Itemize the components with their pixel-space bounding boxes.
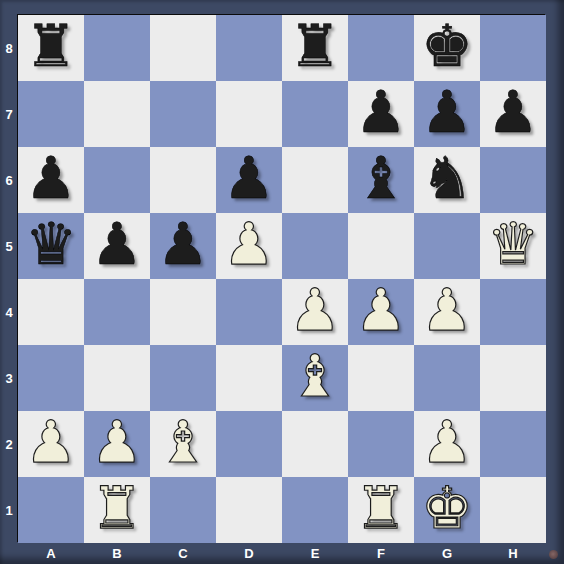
square-d8[interactable] xyxy=(216,15,282,81)
square-e7[interactable] xyxy=(282,81,348,147)
piece-black-pawn[interactable]: ♟ xyxy=(223,145,275,211)
file-label-c: C xyxy=(150,543,216,564)
piece-black-pawn[interactable]: ♟ xyxy=(91,211,143,277)
piece-black-bishop[interactable]: ♝ xyxy=(355,145,407,211)
square-d5[interactable]: ♟ xyxy=(216,213,282,279)
square-d2[interactable] xyxy=(216,411,282,477)
rank-label-4: 4 xyxy=(0,279,18,345)
square-c1[interactable] xyxy=(150,477,216,543)
square-b1[interactable]: ♜ xyxy=(84,477,150,543)
square-g8[interactable]: ♚ xyxy=(414,15,480,81)
square-f4[interactable]: ♟ xyxy=(348,279,414,345)
square-a1[interactable] xyxy=(18,477,84,543)
rank-labels: 87654321 xyxy=(0,15,18,543)
rank-label-7: 7 xyxy=(0,81,18,147)
file-labels: ABCDEFGH xyxy=(18,543,546,564)
piece-white-pawn[interactable]: ♟ xyxy=(289,277,341,343)
square-h5[interactable]: ♛ xyxy=(480,213,546,279)
square-c7[interactable] xyxy=(150,81,216,147)
rank-label-1: 1 xyxy=(0,477,18,543)
rank-label-3: 3 xyxy=(0,345,18,411)
piece-white-queen[interactable]: ♛ xyxy=(487,211,539,277)
square-e4[interactable]: ♟ xyxy=(282,279,348,345)
square-b3[interactable] xyxy=(84,345,150,411)
square-f7[interactable]: ♟ xyxy=(348,81,414,147)
square-g5[interactable] xyxy=(414,213,480,279)
square-a7[interactable] xyxy=(18,81,84,147)
board-frame: 87654321 ♜♜♚♟♟♟♟♟♝♞♛♟♟♟♛♟♟♟♝♟♟♝♟♜♜♚ ABCD… xyxy=(0,0,564,564)
square-g1[interactable]: ♚ xyxy=(414,477,480,543)
file-label-b: B xyxy=(84,543,150,564)
piece-white-rook[interactable]: ♜ xyxy=(355,475,407,541)
piece-white-pawn[interactable]: ♟ xyxy=(91,409,143,475)
square-e1[interactable] xyxy=(282,477,348,543)
square-g4[interactable]: ♟ xyxy=(414,279,480,345)
square-f6[interactable]: ♝ xyxy=(348,147,414,213)
piece-black-queen[interactable]: ♛ xyxy=(25,211,77,277)
file-label-d: D xyxy=(216,543,282,564)
square-d6[interactable]: ♟ xyxy=(216,147,282,213)
square-g6[interactable]: ♞ xyxy=(414,147,480,213)
square-a3[interactable] xyxy=(18,345,84,411)
piece-white-pawn[interactable]: ♟ xyxy=(25,409,77,475)
square-a2[interactable]: ♟ xyxy=(18,411,84,477)
piece-white-bishop[interactable]: ♝ xyxy=(289,343,341,409)
piece-black-knight[interactable]: ♞ xyxy=(421,145,473,211)
piece-black-pawn[interactable]: ♟ xyxy=(157,211,209,277)
square-h4[interactable] xyxy=(480,279,546,345)
square-b2[interactable]: ♟ xyxy=(84,411,150,477)
piece-black-pawn[interactable]: ♟ xyxy=(25,145,77,211)
square-f5[interactable] xyxy=(348,213,414,279)
piece-black-rook[interactable]: ♜ xyxy=(289,13,341,79)
piece-black-pawn[interactable]: ♟ xyxy=(421,79,473,145)
rank-label-2: 2 xyxy=(0,411,18,477)
square-e8[interactable]: ♜ xyxy=(282,15,348,81)
rank-label-8: 8 xyxy=(0,15,18,81)
square-a6[interactable]: ♟ xyxy=(18,147,84,213)
square-c5[interactable]: ♟ xyxy=(150,213,216,279)
square-d4[interactable] xyxy=(216,279,282,345)
piece-white-king[interactable]: ♚ xyxy=(421,475,473,541)
square-c8[interactable] xyxy=(150,15,216,81)
piece-black-rook[interactable]: ♜ xyxy=(25,13,77,79)
square-c2[interactable]: ♝ xyxy=(150,411,216,477)
file-label-g: G xyxy=(414,543,480,564)
square-a5[interactable]: ♛ xyxy=(18,213,84,279)
file-label-h: H xyxy=(480,543,546,564)
file-label-e: E xyxy=(282,543,348,564)
piece-white-bishop[interactable]: ♝ xyxy=(157,409,209,475)
square-f1[interactable]: ♜ xyxy=(348,477,414,543)
square-b7[interactable] xyxy=(84,81,150,147)
square-a4[interactable] xyxy=(18,279,84,345)
piece-white-pawn[interactable]: ♟ xyxy=(421,409,473,475)
square-e5[interactable] xyxy=(282,213,348,279)
square-h8[interactable] xyxy=(480,15,546,81)
square-f8[interactable] xyxy=(348,15,414,81)
square-h3[interactable] xyxy=(480,345,546,411)
square-f2[interactable] xyxy=(348,411,414,477)
square-b6[interactable] xyxy=(84,147,150,213)
square-b5[interactable]: ♟ xyxy=(84,213,150,279)
file-label-a: A xyxy=(18,543,84,564)
piece-white-pawn[interactable]: ♟ xyxy=(223,211,275,277)
square-f3[interactable] xyxy=(348,345,414,411)
square-g2[interactable]: ♟ xyxy=(414,411,480,477)
rank-label-5: 5 xyxy=(0,213,18,279)
piece-white-pawn[interactable]: ♟ xyxy=(355,277,407,343)
square-e3[interactable]: ♝ xyxy=(282,345,348,411)
piece-white-pawn[interactable]: ♟ xyxy=(421,277,473,343)
rank-label-6: 6 xyxy=(0,147,18,213)
square-c3[interactable] xyxy=(150,345,216,411)
piece-black-pawn[interactable]: ♟ xyxy=(355,79,407,145)
square-d3[interactable] xyxy=(216,345,282,411)
watermark-dot xyxy=(549,550,558,559)
square-b4[interactable] xyxy=(84,279,150,345)
square-g7[interactable]: ♟ xyxy=(414,81,480,147)
chess-board: ♜♜♚♟♟♟♟♟♝♞♛♟♟♟♛♟♟♟♝♟♟♝♟♜♜♚ xyxy=(18,15,546,543)
square-h1[interactable] xyxy=(480,477,546,543)
square-b8[interactable] xyxy=(84,15,150,81)
square-e2[interactable] xyxy=(282,411,348,477)
square-d7[interactable] xyxy=(216,81,282,147)
square-h6[interactable] xyxy=(480,147,546,213)
square-c4[interactable] xyxy=(150,279,216,345)
piece-white-rook[interactable]: ♜ xyxy=(91,475,143,541)
square-a8[interactable]: ♜ xyxy=(18,15,84,81)
piece-black-pawn[interactable]: ♟ xyxy=(487,79,539,145)
square-h7[interactable]: ♟ xyxy=(480,81,546,147)
square-e6[interactable] xyxy=(282,147,348,213)
square-d1[interactable] xyxy=(216,477,282,543)
piece-black-king[interactable]: ♚ xyxy=(421,13,473,79)
square-h2[interactable] xyxy=(480,411,546,477)
square-c6[interactable] xyxy=(150,147,216,213)
file-label-f: F xyxy=(348,543,414,564)
square-g3[interactable] xyxy=(414,345,480,411)
